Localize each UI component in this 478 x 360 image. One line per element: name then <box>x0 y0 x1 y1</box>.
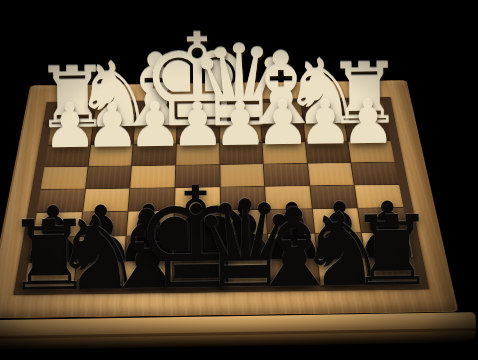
square-a4[interactable] <box>352 162 399 184</box>
board-tilt-wrapper: ♜♞♝♚♛♝♞♜♟♟♟♟♟♟♟♟♟♟♟♟♟♟♟♟♜♞♝♚♛♝♞♜ <box>0 0 478 360</box>
square-b4[interactable] <box>308 163 354 185</box>
piece-black-rook[interactable]: ♜ <box>348 202 435 299</box>
photo-stage: ♜♞♝♚♛♝♞♜♟♟♟♟♟♟♟♟♟♟♟♟♟♟♟♟♜♞♝♚♛♝♞♜ <box>0 0 478 360</box>
piece-white-pawn[interactable]: ♟ <box>341 91 396 152</box>
square-h4[interactable] <box>41 167 88 189</box>
square-g4[interactable] <box>86 166 132 188</box>
